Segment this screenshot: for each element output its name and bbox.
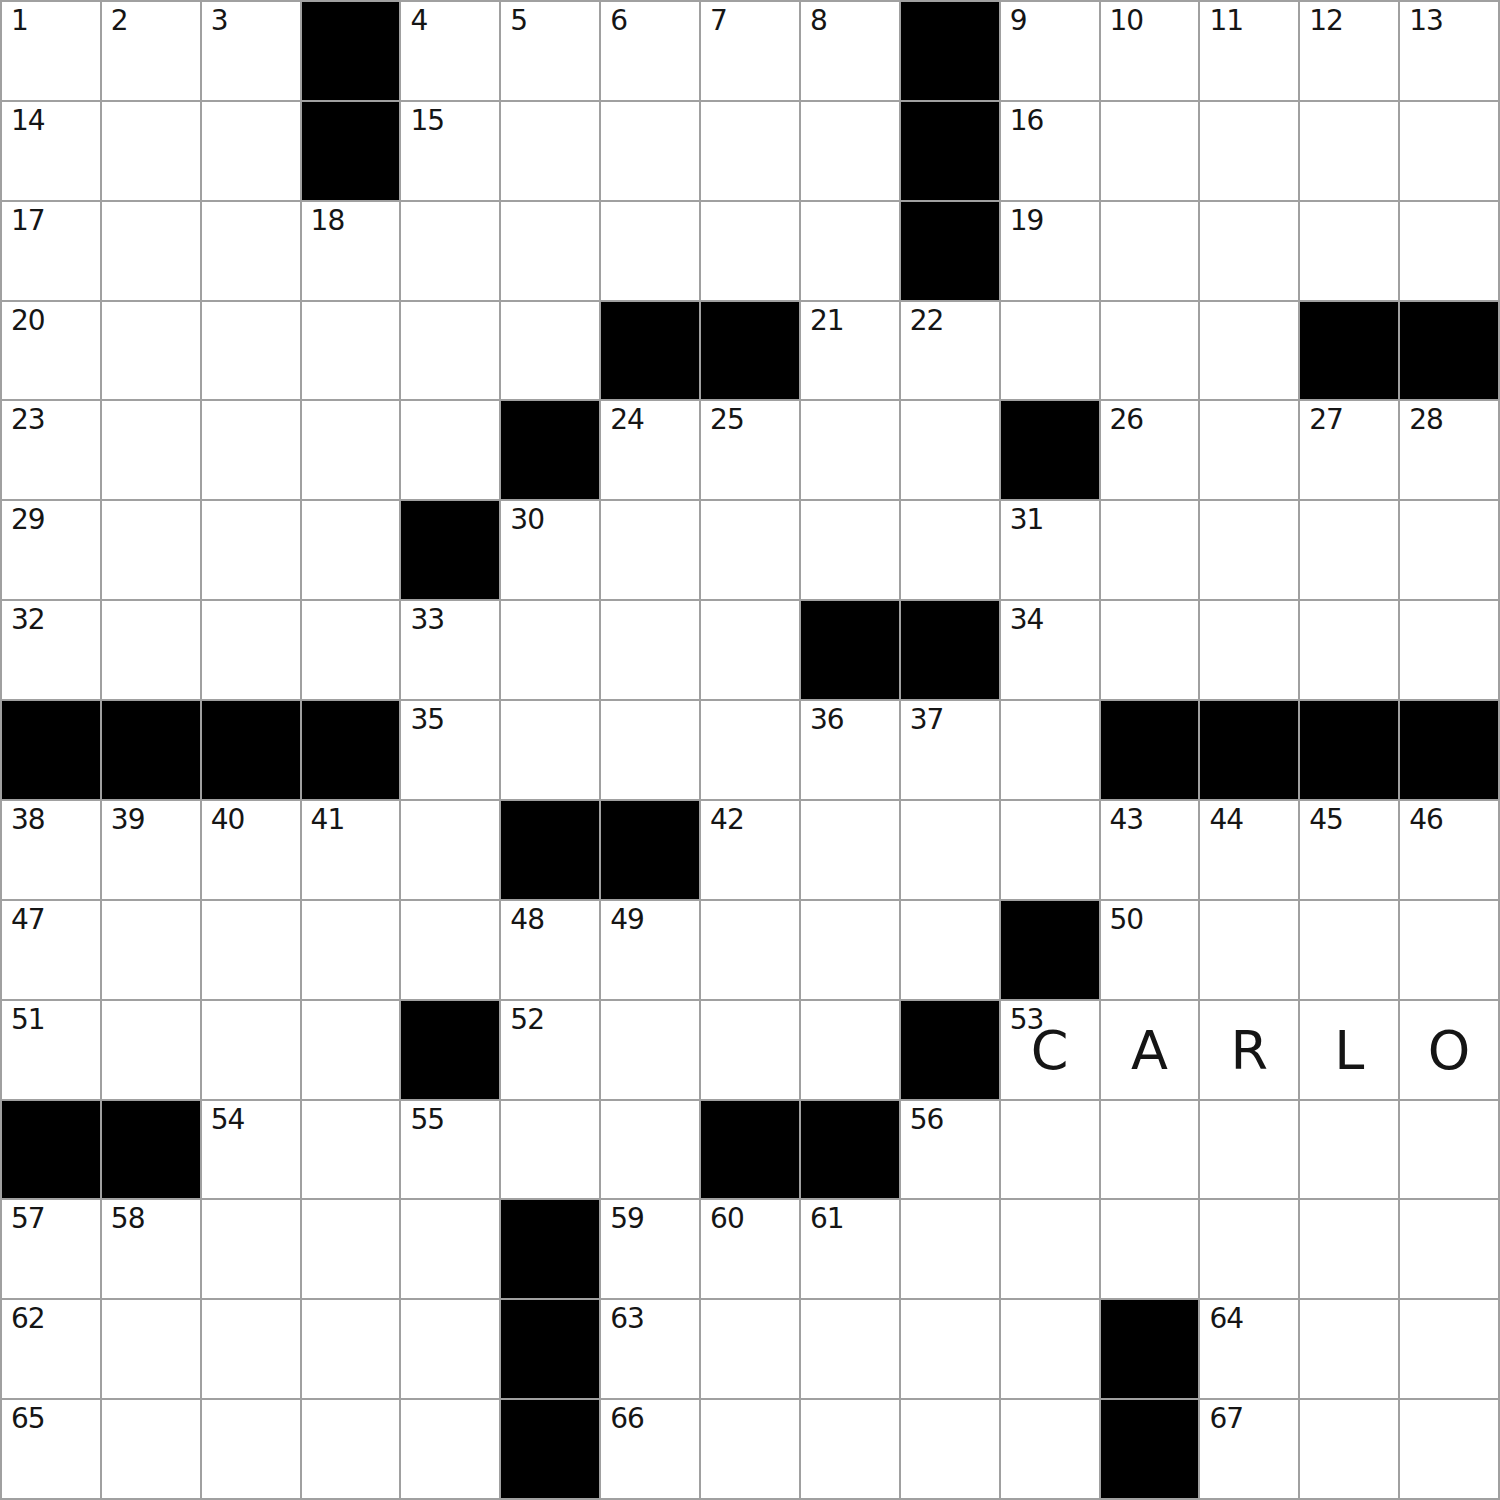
cell-r8c6	[601, 801, 701, 901]
cell-r9c14[interactable]	[1400, 901, 1500, 1001]
cell-r6c8	[801, 601, 901, 701]
cell-r7c2	[202, 701, 302, 801]
cell-r1c7[interactable]	[701, 102, 801, 202]
cell-r1c14[interactable]	[1400, 102, 1500, 202]
cell-r8c9[interactable]	[901, 801, 1001, 901]
cell-r9c9[interactable]	[901, 901, 1001, 1001]
clue-number: 18	[311, 207, 345, 235]
cell-r2c1[interactable]	[102, 202, 202, 302]
cell-r3c8[interactable]: 21	[801, 302, 901, 402]
clue-number: 64	[1209, 1305, 1243, 1333]
cell-r2c14[interactable]	[1400, 202, 1500, 302]
cell-r14c11	[1101, 1400, 1201, 1500]
cell-r0c0[interactable]: 1	[2, 2, 102, 102]
cell-r5c12[interactable]	[1200, 501, 1300, 601]
cell-r7c14	[1400, 701, 1500, 801]
cell-r5c13[interactable]	[1300, 501, 1400, 601]
cell-r8c1[interactable]: 39	[102, 801, 202, 901]
cell-r13c7[interactable]	[701, 1300, 801, 1400]
cell-r4c11[interactable]: 26	[1101, 401, 1201, 501]
cell-r10c10[interactable]: 53C	[1001, 1001, 1101, 1101]
cell-r6c2[interactable]	[202, 601, 302, 701]
cell-r5c1[interactable]	[102, 501, 202, 601]
cell-r14c8[interactable]	[801, 1400, 901, 1500]
cell-r14c5	[501, 1400, 601, 1500]
cell-r0c2[interactable]: 3	[202, 2, 302, 102]
clue-number: 25	[710, 406, 744, 434]
cell-r11c10[interactable]	[1001, 1101, 1101, 1201]
cell-r10c2[interactable]	[202, 1001, 302, 1101]
cell-r5c4	[401, 501, 501, 601]
cell-r5c3[interactable]	[302, 501, 402, 601]
cell-r5c10[interactable]: 31	[1001, 501, 1101, 601]
clue-number: 28	[1409, 406, 1443, 434]
cell-r10c5[interactable]: 52	[501, 1001, 601, 1101]
clue-number: 34	[1010, 606, 1044, 634]
cell-r9c3[interactable]	[302, 901, 402, 1001]
cell-r7c11	[1101, 701, 1201, 801]
cell-r2c3[interactable]: 18	[302, 202, 402, 302]
cell-r13c6[interactable]: 63	[601, 1300, 701, 1400]
cell-letter: R	[1200, 1001, 1298, 1099]
cell-r1c4[interactable]: 15	[401, 102, 501, 202]
cell-r1c3	[302, 102, 402, 202]
cell-r0c4[interactable]: 4	[401, 2, 501, 102]
clue-number: 62	[11, 1305, 45, 1333]
cell-r11c4[interactable]: 55	[401, 1101, 501, 1201]
cell-r13c14[interactable]	[1400, 1300, 1500, 1400]
cell-r3c14	[1400, 302, 1500, 402]
cell-r12c2[interactable]	[202, 1200, 302, 1300]
cell-r3c1[interactable]	[102, 302, 202, 402]
cell-r6c12[interactable]	[1200, 601, 1300, 701]
cell-r1c6[interactable]	[601, 102, 701, 202]
cell-letter: C	[1001, 1001, 1099, 1099]
cell-r0c8[interactable]: 8	[801, 2, 901, 102]
cell-r11c6[interactable]	[601, 1101, 701, 1201]
cell-r2c13[interactable]	[1300, 202, 1400, 302]
cell-r6c7[interactable]	[701, 601, 801, 701]
cell-r10c7[interactable]	[701, 1001, 801, 1101]
cell-r10c6[interactable]	[601, 1001, 701, 1101]
clue-number: 10	[1110, 7, 1144, 35]
cell-r0c12[interactable]: 11	[1200, 2, 1300, 102]
cell-r12c12[interactable]	[1200, 1200, 1300, 1300]
cell-r8c13[interactable]: 45	[1300, 801, 1400, 901]
cell-r8c7[interactable]: 42	[701, 801, 801, 901]
cell-r9c8[interactable]	[801, 901, 901, 1001]
cell-r12c13[interactable]	[1300, 1200, 1400, 1300]
cell-r13c12[interactable]: 64	[1200, 1300, 1300, 1400]
cell-r2c6[interactable]	[601, 202, 701, 302]
clue-number: 61	[810, 1205, 844, 1233]
clue-number: 3	[211, 7, 228, 35]
clue-number: 2	[111, 7, 128, 35]
cell-r0c13[interactable]: 12	[1300, 2, 1400, 102]
clue-number: 27	[1309, 406, 1343, 434]
cell-r3c0[interactable]: 20	[2, 302, 102, 402]
cell-r4c7[interactable]: 25	[701, 401, 801, 501]
cell-r5c0[interactable]: 29	[2, 501, 102, 601]
cell-r4c6[interactable]: 24	[601, 401, 701, 501]
cell-r7c6[interactable]	[601, 701, 701, 801]
cell-r14c13[interactable]	[1300, 1400, 1400, 1500]
cell-r9c10	[1001, 901, 1101, 1001]
clue-number: 66	[610, 1405, 644, 1433]
clue-number: 4	[410, 7, 427, 35]
cell-r13c13[interactable]	[1300, 1300, 1400, 1400]
cell-r14c9[interactable]	[901, 1400, 1001, 1500]
cell-r13c11	[1101, 1300, 1201, 1400]
cell-r13c10[interactable]	[1001, 1300, 1101, 1400]
cell-r12c1[interactable]: 58	[102, 1200, 202, 1300]
clue-number: 46	[1409, 806, 1443, 834]
clue-number: 59	[610, 1205, 644, 1233]
cell-r13c8[interactable]	[801, 1300, 901, 1400]
clue-number: 13	[1409, 7, 1443, 35]
cell-r12c11[interactable]	[1101, 1200, 1201, 1300]
cell-r8c11[interactable]: 43	[1101, 801, 1201, 901]
cell-r10c8[interactable]	[801, 1001, 901, 1101]
cell-r1c5[interactable]	[501, 102, 601, 202]
cell-r4c14[interactable]: 28	[1400, 401, 1500, 501]
cell-r11c5[interactable]	[501, 1101, 601, 1201]
clue-number: 63	[610, 1305, 644, 1333]
cell-r1c12[interactable]	[1200, 102, 1300, 202]
cell-r12c7[interactable]: 60	[701, 1200, 801, 1300]
cell-r14c10[interactable]	[1001, 1400, 1101, 1500]
cell-r5c14[interactable]	[1400, 501, 1500, 601]
cell-r4c10	[1001, 401, 1101, 501]
cell-r14c12[interactable]: 67	[1200, 1400, 1300, 1500]
cell-r14c7[interactable]	[701, 1400, 801, 1500]
cell-r6c0[interactable]: 32	[2, 601, 102, 701]
cell-r6c5[interactable]	[501, 601, 601, 701]
cell-r10c3[interactable]	[302, 1001, 402, 1101]
cell-r9c13[interactable]	[1300, 901, 1400, 1001]
crossword-board: 1234567891011121314151617181920212223242…	[0, 0, 1500, 1500]
clue-number: 38	[11, 806, 45, 834]
cell-r2c8[interactable]	[801, 202, 901, 302]
cell-r11c3[interactable]	[302, 1101, 402, 1201]
cell-r6c1[interactable]	[102, 601, 202, 701]
clue-number: 39	[111, 806, 145, 834]
cell-r12c9[interactable]	[901, 1200, 1001, 1300]
cell-r11c9[interactable]: 56	[901, 1101, 1001, 1201]
clue-number: 26	[1110, 406, 1144, 434]
cell-r1c10[interactable]: 16	[1001, 102, 1101, 202]
cell-r3c10[interactable]	[1001, 302, 1101, 402]
cell-r11c14[interactable]	[1400, 1101, 1500, 1201]
cell-r2c11[interactable]	[1101, 202, 1201, 302]
cell-r10c13[interactable]: L	[1300, 1001, 1400, 1101]
clue-number: 31	[1010, 506, 1044, 534]
cell-r11c8	[801, 1101, 901, 1201]
cell-r0c14[interactable]: 13	[1400, 2, 1500, 102]
cell-r12c3[interactable]	[302, 1200, 402, 1300]
cell-r1c8[interactable]	[801, 102, 901, 202]
cell-r3c5[interactable]	[501, 302, 601, 402]
cell-r9c12[interactable]	[1200, 901, 1300, 1001]
cell-r11c0	[2, 1101, 102, 1201]
cell-r2c5[interactable]	[501, 202, 601, 302]
cell-r5c2[interactable]	[202, 501, 302, 601]
clue-number: 20	[11, 307, 45, 335]
cell-r2c4[interactable]	[401, 202, 501, 302]
clue-number: 36	[810, 706, 844, 734]
cell-r8c5	[501, 801, 601, 901]
cell-r12c8[interactable]: 61	[801, 1200, 901, 1300]
cell-r6c3[interactable]	[302, 601, 402, 701]
cell-r11c11[interactable]	[1101, 1101, 1201, 1201]
cell-r5c11[interactable]	[1101, 501, 1201, 601]
clue-number: 50	[1110, 906, 1144, 934]
clue-number: 54	[211, 1106, 245, 1134]
cell-r0c10[interactable]: 9	[1001, 2, 1101, 102]
cell-r10c14[interactable]: O	[1400, 1001, 1500, 1101]
clue-number: 57	[11, 1205, 45, 1233]
clue-number: 1	[11, 7, 28, 35]
cell-r10c11[interactable]: A	[1101, 1001, 1201, 1101]
cell-r4c0[interactable]: 23	[2, 401, 102, 501]
clue-number: 55	[410, 1106, 444, 1134]
cell-r2c7[interactable]	[701, 202, 801, 302]
cell-r9c6[interactable]: 49	[601, 901, 701, 1001]
cell-r7c5[interactable]	[501, 701, 601, 801]
cell-letter: A	[1101, 1001, 1199, 1099]
cell-r11c13[interactable]	[1300, 1101, 1400, 1201]
clue-number: 12	[1309, 7, 1343, 35]
cell-r12c6[interactable]: 59	[601, 1200, 701, 1300]
cell-r14c0[interactable]: 65	[2, 1400, 102, 1500]
cell-r7c3	[302, 701, 402, 801]
cell-r14c3[interactable]	[302, 1400, 402, 1500]
clue-number: 40	[211, 806, 245, 834]
cell-r9c5[interactable]: 48	[501, 901, 601, 1001]
cell-r4c12[interactable]	[1200, 401, 1300, 501]
cell-r14c1[interactable]	[102, 1400, 202, 1500]
cell-r14c6[interactable]: 66	[601, 1400, 701, 1500]
clue-number: 35	[410, 706, 444, 734]
clue-number: 14	[11, 107, 45, 135]
cell-r10c9	[901, 1001, 1001, 1101]
clue-number: 29	[11, 506, 45, 534]
cell-r6c4[interactable]: 33	[401, 601, 501, 701]
cell-r7c0	[2, 701, 102, 801]
cell-r7c9[interactable]: 37	[901, 701, 1001, 801]
cell-r14c14[interactable]	[1400, 1400, 1500, 1500]
cell-r4c5	[501, 401, 601, 501]
cell-r10c4	[401, 1001, 501, 1101]
cell-r1c13[interactable]	[1300, 102, 1400, 202]
cell-r4c3[interactable]	[302, 401, 402, 501]
clue-number: 16	[1010, 107, 1044, 135]
cell-r4c13[interactable]: 27	[1300, 401, 1400, 501]
cell-r1c11[interactable]	[1101, 102, 1201, 202]
cell-r2c10[interactable]: 19	[1001, 202, 1101, 302]
cell-r3c12[interactable]	[1200, 302, 1300, 402]
cell-r8c4[interactable]	[401, 801, 501, 901]
cell-r5c7[interactable]	[701, 501, 801, 601]
cell-r11c7	[701, 1101, 801, 1201]
cell-r2c0[interactable]: 17	[2, 202, 102, 302]
clue-number: 42	[710, 806, 744, 834]
cell-r7c1	[102, 701, 202, 801]
cell-r2c2[interactable]	[202, 202, 302, 302]
clue-number: 67	[1209, 1405, 1243, 1433]
clue-number: 24	[610, 406, 644, 434]
cell-letter: L	[1300, 1001, 1398, 1099]
clue-number: 23	[11, 406, 45, 434]
cell-r4c2[interactable]	[202, 401, 302, 501]
cell-r7c8[interactable]: 36	[801, 701, 901, 801]
clue-number: 47	[11, 906, 45, 934]
clue-number: 65	[11, 1405, 45, 1433]
clue-number: 32	[11, 606, 45, 634]
cell-r5c8[interactable]	[801, 501, 901, 601]
cell-r9c4[interactable]	[401, 901, 501, 1001]
clue-number: 19	[1010, 207, 1044, 235]
cell-r5c6[interactable]	[601, 501, 701, 601]
clue-number: 37	[910, 706, 944, 734]
cell-r14c2[interactable]	[202, 1400, 302, 1500]
cell-r8c0[interactable]: 38	[2, 801, 102, 901]
cell-r13c1[interactable]	[102, 1300, 202, 1400]
cell-r13c4[interactable]	[401, 1300, 501, 1400]
cell-r7c12	[1200, 701, 1300, 801]
cell-r4c8[interactable]	[801, 401, 901, 501]
cell-r3c9[interactable]: 22	[901, 302, 1001, 402]
clue-number: 7	[710, 7, 727, 35]
cell-r3c3[interactable]	[302, 302, 402, 402]
cell-r3c13	[1300, 302, 1400, 402]
clue-number: 45	[1309, 806, 1343, 834]
cell-r5c9[interactable]	[901, 501, 1001, 601]
cell-r6c9	[901, 601, 1001, 701]
cell-r4c4[interactable]	[401, 401, 501, 501]
clue-number: 11	[1209, 7, 1243, 35]
cell-r0c5[interactable]: 5	[501, 2, 601, 102]
cell-r4c1[interactable]	[102, 401, 202, 501]
clue-number: 60	[710, 1205, 744, 1233]
cell-r11c2[interactable]: 54	[202, 1101, 302, 1201]
cell-r7c7[interactable]	[701, 701, 801, 801]
cell-r3c2[interactable]	[202, 302, 302, 402]
cell-r6c13[interactable]	[1300, 601, 1400, 701]
cell-r0c11[interactable]: 10	[1101, 2, 1201, 102]
clue-number: 15	[410, 107, 444, 135]
cell-r10c1[interactable]	[102, 1001, 202, 1101]
cell-r3c4[interactable]	[401, 302, 501, 402]
cell-r12c10[interactable]	[1001, 1200, 1101, 1300]
cell-r12c4[interactable]	[401, 1200, 501, 1300]
cell-r0c1[interactable]: 2	[102, 2, 202, 102]
clue-number: 21	[810, 307, 844, 335]
clue-number: 5	[510, 7, 527, 35]
cell-r2c9	[901, 202, 1001, 302]
cell-r8c8[interactable]	[801, 801, 901, 901]
cell-r0c6[interactable]: 6	[601, 2, 701, 102]
clue-number: 33	[410, 606, 444, 634]
cell-r6c14[interactable]	[1400, 601, 1500, 701]
clue-number: 17	[11, 207, 45, 235]
clue-number: 58	[111, 1205, 145, 1233]
cell-r2c12[interactable]	[1200, 202, 1300, 302]
cell-r11c12[interactable]	[1200, 1101, 1300, 1201]
clue-number: 48	[510, 906, 544, 934]
cell-r0c3	[302, 2, 402, 102]
cell-r6c11[interactable]	[1101, 601, 1201, 701]
cell-r13c9[interactable]	[901, 1300, 1001, 1400]
clue-number: 22	[910, 307, 944, 335]
cell-r13c3[interactable]	[302, 1300, 402, 1400]
cell-r9c7[interactable]	[701, 901, 801, 1001]
cell-r9c1[interactable]	[102, 901, 202, 1001]
cell-r7c13	[1300, 701, 1400, 801]
clue-number: 56	[910, 1106, 944, 1134]
cell-r8c14[interactable]: 46	[1400, 801, 1500, 901]
cell-r1c0[interactable]: 14	[2, 102, 102, 202]
cell-r5c5[interactable]: 30	[501, 501, 601, 601]
cell-r10c12[interactable]: R	[1200, 1001, 1300, 1101]
cell-r3c7	[701, 302, 801, 402]
cell-r12c0[interactable]: 57	[2, 1200, 102, 1300]
cell-r10c0[interactable]: 51	[2, 1001, 102, 1101]
clue-number: 44	[1209, 806, 1243, 834]
clue-number: 30	[510, 506, 544, 534]
cell-r13c0[interactable]: 62	[2, 1300, 102, 1400]
cell-r12c5	[501, 1200, 601, 1300]
clue-number: 49	[610, 906, 644, 934]
cell-r6c10[interactable]: 34	[1001, 601, 1101, 701]
clue-number: 6	[610, 7, 627, 35]
cell-r0c9	[901, 2, 1001, 102]
cell-r0c7[interactable]: 7	[701, 2, 801, 102]
clue-number: 51	[11, 1006, 45, 1034]
cell-r8c2[interactable]: 40	[202, 801, 302, 901]
cell-r1c1[interactable]	[102, 102, 202, 202]
clue-number: 9	[1010, 7, 1027, 35]
cell-r1c9	[901, 102, 1001, 202]
clue-number: 43	[1110, 806, 1144, 834]
cell-r4c9[interactable]	[901, 401, 1001, 501]
clue-number: 8	[810, 7, 827, 35]
cell-r8c10[interactable]	[1001, 801, 1101, 901]
cell-r14c4[interactable]	[401, 1400, 501, 1500]
cell-r13c5	[501, 1300, 601, 1400]
cell-r9c0[interactable]: 47	[2, 901, 102, 1001]
cell-r3c11[interactable]	[1101, 302, 1201, 402]
cell-r12c14[interactable]	[1400, 1200, 1500, 1300]
cell-r8c12[interactable]: 44	[1200, 801, 1300, 901]
cell-r3c6	[601, 302, 701, 402]
cell-r9c11[interactable]: 50	[1101, 901, 1201, 1001]
cell-letter: O	[1400, 1001, 1498, 1099]
cell-r11c1	[102, 1101, 202, 1201]
clue-number: 41	[311, 806, 345, 834]
cell-r9c2[interactable]	[202, 901, 302, 1001]
cell-r7c10[interactable]	[1001, 701, 1101, 801]
cell-r1c2[interactable]	[202, 102, 302, 202]
cell-r6c6[interactable]	[601, 601, 701, 701]
clue-number: 52	[510, 1006, 544, 1034]
cell-r13c2[interactable]	[202, 1300, 302, 1400]
cell-r7c4[interactable]: 35	[401, 701, 501, 801]
cell-r8c3[interactable]: 41	[302, 801, 402, 901]
